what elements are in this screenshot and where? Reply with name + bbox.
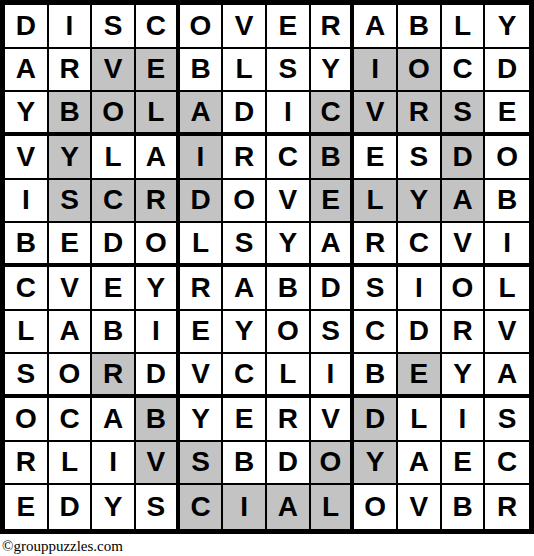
cell-r7c11: O (442, 267, 486, 311)
cell-r11c7: D (267, 442, 311, 486)
cell-r5c5: D (180, 180, 224, 224)
cell-r6c6: S (223, 223, 267, 267)
cell-r8c11: R (442, 311, 486, 355)
cell-r7c10: I (398, 267, 442, 311)
cell-r11c4: V (136, 442, 180, 486)
cell-r10c5: Y (180, 398, 224, 442)
cell-r6c7: Y (267, 223, 311, 267)
cell-r4c10: S (398, 136, 442, 180)
cell-r11c2: L (49, 442, 93, 486)
cell-r4c7: C (267, 136, 311, 180)
cell-r1c11: L (442, 5, 486, 49)
cell-r9c10: E (398, 354, 442, 398)
cell-r12c4: S (136, 485, 180, 529)
cell-r12c3: Y (92, 485, 136, 529)
cell-r10c8: V (311, 398, 355, 442)
cell-r7c4: Y (136, 267, 180, 311)
cell-r2c12: D (485, 49, 529, 93)
cell-r9c8: I (311, 354, 355, 398)
cell-r12c9: O (354, 485, 398, 529)
cell-r5c1: I (5, 180, 49, 224)
cell-r3c1: Y (5, 92, 49, 136)
puzzle-board: DISCOVERABLYARVEBLSYIOCDYBOLADICVRSEVYLA… (0, 0, 534, 534)
cell-r11c9: Y (354, 442, 398, 486)
cell-r2c6: L (223, 49, 267, 93)
cell-r6c5: L (180, 223, 224, 267)
cell-r5c2: S (49, 180, 93, 224)
cell-r9c5: V (180, 354, 224, 398)
cell-r6c1: B (5, 223, 49, 267)
cell-r9c11: Y (442, 354, 486, 398)
cell-r2c3: V (92, 49, 136, 93)
cell-r5c7: V (267, 180, 311, 224)
cell-r7c1: C (5, 267, 49, 311)
cell-r3c4: L (136, 92, 180, 136)
cell-r12c11: B (442, 485, 486, 529)
cell-r3c3: O (92, 92, 136, 136)
cell-r8c3: B (92, 311, 136, 355)
cell-r12c8: L (311, 485, 355, 529)
cell-r1c5: O (180, 5, 224, 49)
cell-r3c8: C (311, 92, 355, 136)
cell-r11c10: A (398, 442, 442, 486)
cell-r10c11: I (442, 398, 486, 442)
cell-r10c12: S (485, 398, 529, 442)
cell-r3c10: R (398, 92, 442, 136)
cell-r10c6: E (223, 398, 267, 442)
cell-r10c1: O (5, 398, 49, 442)
cell-r12c2: D (49, 485, 93, 529)
cell-r2c4: E (136, 49, 180, 93)
cell-r9c7: L (267, 354, 311, 398)
cell-r4c11: D (442, 136, 486, 180)
cell-r3c6: D (223, 92, 267, 136)
cell-r6c2: E (49, 223, 93, 267)
cell-r6c11: V (442, 223, 486, 267)
cell-r4c2: Y (49, 136, 93, 180)
cell-r11c11: E (442, 442, 486, 486)
cell-r5c3: C (92, 180, 136, 224)
cell-r6c12: I (485, 223, 529, 267)
cell-r4c4: A (136, 136, 180, 180)
cell-r8c10: D (398, 311, 442, 355)
cell-r7c12: L (485, 267, 529, 311)
cell-r3c7: I (267, 92, 311, 136)
cell-r1c2: I (49, 5, 93, 49)
cell-r1c4: C (136, 5, 180, 49)
cell-r3c5: A (180, 92, 224, 136)
cell-r4c8: B (311, 136, 355, 180)
cell-r2c1: A (5, 49, 49, 93)
cell-r9c3: R (92, 354, 136, 398)
cell-r5c4: R (136, 180, 180, 224)
cell-r10c2: C (49, 398, 93, 442)
cell-r8c2: A (49, 311, 93, 355)
cell-r5c8: E (311, 180, 355, 224)
cell-r2c2: R (49, 49, 93, 93)
cell-r4c3: L (92, 136, 136, 180)
cell-r9c6: C (223, 354, 267, 398)
cell-r9c2: O (49, 354, 93, 398)
cell-r3c12: E (485, 92, 529, 136)
cell-r8c8: S (311, 311, 355, 355)
cell-r6c10: C (398, 223, 442, 267)
cell-r8c1: L (5, 311, 49, 355)
cell-r9c9: B (354, 354, 398, 398)
cell-r8c6: Y (223, 311, 267, 355)
cell-r12c7: A (267, 485, 311, 529)
cell-r8c7: O (267, 311, 311, 355)
cell-r7c5: R (180, 267, 224, 311)
cell-r11c8: O (311, 442, 355, 486)
cell-r11c6: B (223, 442, 267, 486)
cell-r12c12: R (485, 485, 529, 529)
cell-r5c9: L (354, 180, 398, 224)
cell-r10c4: B (136, 398, 180, 442)
cell-r10c7: R (267, 398, 311, 442)
cell-r2c11: C (442, 49, 486, 93)
cell-r5c6: O (223, 180, 267, 224)
cell-r11c1: R (5, 442, 49, 486)
cell-r3c9: V (354, 92, 398, 136)
cell-r4c12: O (485, 136, 529, 180)
cell-r1c1: D (5, 5, 49, 49)
cell-r9c4: D (136, 354, 180, 398)
cell-r1c7: E (267, 5, 311, 49)
cell-r9c12: A (485, 354, 529, 398)
copyright-credit: ©grouppuzzles.com (2, 538, 123, 555)
cell-r7c2: V (49, 267, 93, 311)
cell-r10c10: L (398, 398, 442, 442)
cell-r5c12: B (485, 180, 529, 224)
cell-r8c9: C (354, 311, 398, 355)
cell-r7c8: D (311, 267, 355, 311)
cell-r8c12: V (485, 311, 529, 355)
cell-r6c9: R (354, 223, 398, 267)
cell-r11c3: I (92, 442, 136, 486)
cell-r7c3: E (92, 267, 136, 311)
cell-r9c1: S (5, 354, 49, 398)
cell-r6c4: O (136, 223, 180, 267)
cell-r12c5: C (180, 485, 224, 529)
cell-r4c1: V (5, 136, 49, 180)
cell-r12c10: V (398, 485, 442, 529)
cell-r4c6: R (223, 136, 267, 180)
cell-r3c11: S (442, 92, 486, 136)
cell-r2c9: I (354, 49, 398, 93)
cell-r6c3: D (92, 223, 136, 267)
cell-r11c5: S (180, 442, 224, 486)
cell-r3c2: B (49, 92, 93, 136)
cell-r10c3: A (92, 398, 136, 442)
cell-r8c5: E (180, 311, 224, 355)
cell-r1c6: V (223, 5, 267, 49)
cell-r8c4: I (136, 311, 180, 355)
cell-r7c7: B (267, 267, 311, 311)
cell-r2c10: O (398, 49, 442, 93)
cell-r12c6: I (223, 485, 267, 529)
cell-r5c11: A (442, 180, 486, 224)
cell-r7c9: S (354, 267, 398, 311)
cell-r2c7: S (267, 49, 311, 93)
cell-r2c8: Y (311, 49, 355, 93)
cell-r12c1: E (5, 485, 49, 529)
cell-r1c12: Y (485, 5, 529, 49)
cell-r1c9: A (354, 5, 398, 49)
cell-r7c6: A (223, 267, 267, 311)
cell-r1c8: R (311, 5, 355, 49)
cell-r1c3: S (92, 5, 136, 49)
cell-r4c5: I (180, 136, 224, 180)
cell-r1c10: B (398, 5, 442, 49)
cell-r11c12: C (485, 442, 529, 486)
cell-r4c9: E (354, 136, 398, 180)
cell-r5c10: Y (398, 180, 442, 224)
cell-r10c9: D (354, 398, 398, 442)
cell-r2c5: B (180, 49, 224, 93)
cell-r6c8: A (311, 223, 355, 267)
